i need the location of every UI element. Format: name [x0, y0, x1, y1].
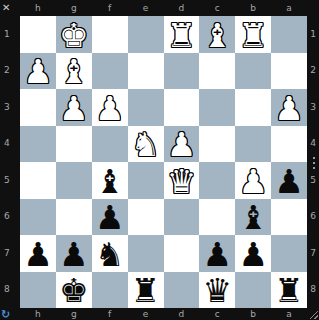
- square-b8[interactable]: [235, 272, 271, 309]
- piece-white-bishop[interactable]: ♝: [59, 55, 89, 88]
- square-h2[interactable]: ♟: [20, 53, 56, 90]
- file-label-b: b: [235, 308, 271, 320]
- square-h5[interactable]: [20, 162, 56, 199]
- piece-white-pawn[interactable]: ♟: [167, 128, 197, 161]
- square-e2[interactable]: [128, 53, 164, 90]
- rank-label-7: 7: [0, 235, 20, 272]
- square-g3[interactable]: ♟: [56, 89, 92, 126]
- piece-black-pawn[interactable]: ♟: [59, 238, 89, 271]
- square-f4[interactable]: [92, 126, 128, 163]
- flip-board-icon-glyph: ↻: [1, 309, 10, 320]
- square-b6[interactable]: ♝: [235, 199, 271, 236]
- file-labels-top: hgfedcba: [20, 0, 307, 16]
- square-e8[interactable]: ♜: [128, 272, 164, 309]
- rank-label-5: 5: [0, 162, 20, 199]
- square-b4[interactable]: [235, 126, 271, 163]
- rank-label-6: 6: [307, 199, 319, 236]
- square-d2[interactable]: [164, 53, 200, 90]
- square-g7[interactable]: ♟: [56, 235, 92, 272]
- file-label-a: a: [271, 0, 307, 16]
- piece-black-bishop[interactable]: ♝: [238, 201, 268, 234]
- file-label-h: h: [20, 0, 56, 16]
- drag-grip-dots-icon[interactable]: [313, 157, 315, 171]
- piece-black-pawn[interactable]: ♟: [274, 165, 304, 198]
- square-c6[interactable]: [199, 199, 235, 236]
- piece-white-bishop[interactable]: ♝: [203, 19, 233, 52]
- rank-label-8: 8: [307, 272, 319, 309]
- square-h3[interactable]: [20, 89, 56, 126]
- file-label-d: d: [164, 308, 200, 320]
- square-g4[interactable]: [56, 126, 92, 163]
- square-h1[interactable]: [20, 16, 56, 53]
- square-d6[interactable]: [164, 199, 200, 236]
- piece-black-pawn[interactable]: ♟: [238, 238, 268, 271]
- rank-label-1: 1: [0, 16, 20, 53]
- square-d8[interactable]: [164, 272, 200, 309]
- square-e3[interactable]: [128, 89, 164, 126]
- rank-label-1: 1: [307, 16, 319, 53]
- piece-white-rook[interactable]: ♜: [167, 19, 197, 52]
- piece-black-bishop[interactable]: ♝: [95, 165, 125, 198]
- file-label-e: e: [128, 308, 164, 320]
- file-label-e: e: [128, 0, 164, 16]
- piece-black-king[interactable]: ♚: [59, 274, 89, 307]
- square-b1[interactable]: ♜: [235, 16, 271, 53]
- square-f1[interactable]: [92, 16, 128, 53]
- rank-label-3: 3: [0, 89, 20, 126]
- corner-top-right: [307, 0, 319, 16]
- square-h6[interactable]: [20, 199, 56, 236]
- square-g1[interactable]: ♚: [56, 16, 92, 53]
- file-label-d: d: [164, 0, 200, 16]
- chess-board-widget: ✕ hgfedcba 12345678 ♚♜♝♜♟♝♟♟♟♞♟♝♛♟♟♟♝♟♟♞…: [0, 0, 319, 320]
- piece-white-pawn[interactable]: ♟: [95, 92, 125, 125]
- square-f6[interactable]: ♟: [92, 199, 128, 236]
- rank-label-7: 7: [307, 235, 319, 272]
- piece-white-king[interactable]: ♚: [59, 19, 89, 52]
- rank-label-6: 6: [0, 199, 20, 236]
- square-g6[interactable]: [56, 199, 92, 236]
- square-b7[interactable]: ♟: [235, 235, 271, 272]
- file-label-h: h: [20, 308, 56, 320]
- square-c4[interactable]: [199, 126, 235, 163]
- square-a8[interactable]: ♜: [271, 272, 307, 309]
- square-e7[interactable]: [128, 235, 164, 272]
- rank-label-3: 3: [307, 89, 319, 126]
- square-b3[interactable]: [235, 89, 271, 126]
- square-a1[interactable]: [271, 16, 307, 53]
- file-label-g: g: [56, 0, 92, 16]
- square-d5[interactable]: ♛: [164, 162, 200, 199]
- piece-white-knight[interactable]: ♞: [131, 128, 161, 161]
- close-icon-glyph: ✕: [2, 3, 10, 13]
- square-e1[interactable]: [128, 16, 164, 53]
- file-label-f: f: [92, 308, 128, 320]
- square-d1[interactable]: ♜: [164, 16, 200, 53]
- square-b5[interactable]: ♟: [235, 162, 271, 199]
- file-labels-bottom: hgfedcba: [20, 308, 307, 320]
- square-c3[interactable]: [199, 89, 235, 126]
- square-h7[interactable]: ♟: [20, 235, 56, 272]
- square-h4[interactable]: [20, 126, 56, 163]
- square-g2[interactable]: ♝: [56, 53, 92, 90]
- rank-labels-left: 12345678: [0, 16, 20, 308]
- file-label-a: a: [271, 308, 307, 320]
- piece-black-pawn[interactable]: ♟: [23, 238, 53, 271]
- square-c5[interactable]: [199, 162, 235, 199]
- square-f3[interactable]: ♟: [92, 89, 128, 126]
- square-e6[interactable]: [128, 199, 164, 236]
- piece-black-rook[interactable]: ♜: [274, 274, 304, 307]
- rank-label-8: 8: [0, 272, 20, 309]
- square-f5[interactable]: ♝: [92, 162, 128, 199]
- square-a7[interactable]: [271, 235, 307, 272]
- piece-white-rook[interactable]: ♜: [238, 19, 268, 52]
- flip-board-icon[interactable]: ↻: [0, 308, 20, 320]
- piece-white-pawn[interactable]: ♟: [238, 165, 268, 198]
- file-label-f: f: [92, 0, 128, 16]
- square-f8[interactable]: [92, 272, 128, 309]
- close-icon[interactable]: ✕: [0, 0, 20, 16]
- square-h8[interactable]: [20, 272, 56, 309]
- rank-label-4: 4: [0, 126, 20, 163]
- file-label-c: c: [199, 308, 235, 320]
- piece-black-queen[interactable]: ♛: [203, 274, 233, 307]
- square-b2[interactable]: [235, 53, 271, 90]
- square-g5[interactable]: [56, 162, 92, 199]
- piece-black-pawn[interactable]: ♟: [203, 238, 233, 271]
- square-g8[interactable]: ♚: [56, 272, 92, 309]
- piece-white-queen[interactable]: ♛: [167, 165, 197, 198]
- square-a3[interactable]: ♟: [271, 89, 307, 126]
- piece-black-knight[interactable]: ♞: [95, 238, 125, 271]
- square-d3[interactable]: [164, 89, 200, 126]
- piece-black-rook[interactable]: ♜: [131, 274, 161, 307]
- square-e5[interactable]: [128, 162, 164, 199]
- square-d7[interactable]: [164, 235, 200, 272]
- piece-black-pawn[interactable]: ♟: [95, 201, 125, 234]
- rank-label-2: 2: [307, 53, 319, 90]
- square-a4[interactable]: [271, 126, 307, 163]
- rank-label-2: 2: [0, 53, 20, 90]
- resize-grip-icon[interactable]: [307, 308, 319, 320]
- square-c1[interactable]: ♝: [199, 16, 235, 53]
- piece-white-pawn[interactable]: ♟: [59, 92, 89, 125]
- square-a6[interactable]: [271, 199, 307, 236]
- square-d4[interactable]: ♟: [164, 126, 200, 163]
- square-a2[interactable]: [271, 53, 307, 90]
- square-f7[interactable]: ♞: [92, 235, 128, 272]
- file-label-c: c: [199, 0, 235, 16]
- resize-grip-lines: [308, 309, 318, 319]
- piece-white-pawn[interactable]: ♟: [23, 55, 53, 88]
- square-e4[interactable]: ♞: [128, 126, 164, 163]
- square-c7[interactable]: ♟: [199, 235, 235, 272]
- chess-board: ♚♜♝♜♟♝♟♟♟♞♟♝♛♟♟♟♝♟♟♞♟♟♚♜♛♜: [20, 16, 307, 308]
- file-label-g: g: [56, 308, 92, 320]
- square-c2[interactable]: [199, 53, 235, 90]
- file-label-b: b: [235, 0, 271, 16]
- square-c8[interactable]: ♛: [199, 272, 235, 309]
- square-f2[interactable]: [92, 53, 128, 90]
- square-a5[interactable]: ♟: [271, 162, 307, 199]
- piece-white-pawn[interactable]: ♟: [274, 92, 304, 125]
